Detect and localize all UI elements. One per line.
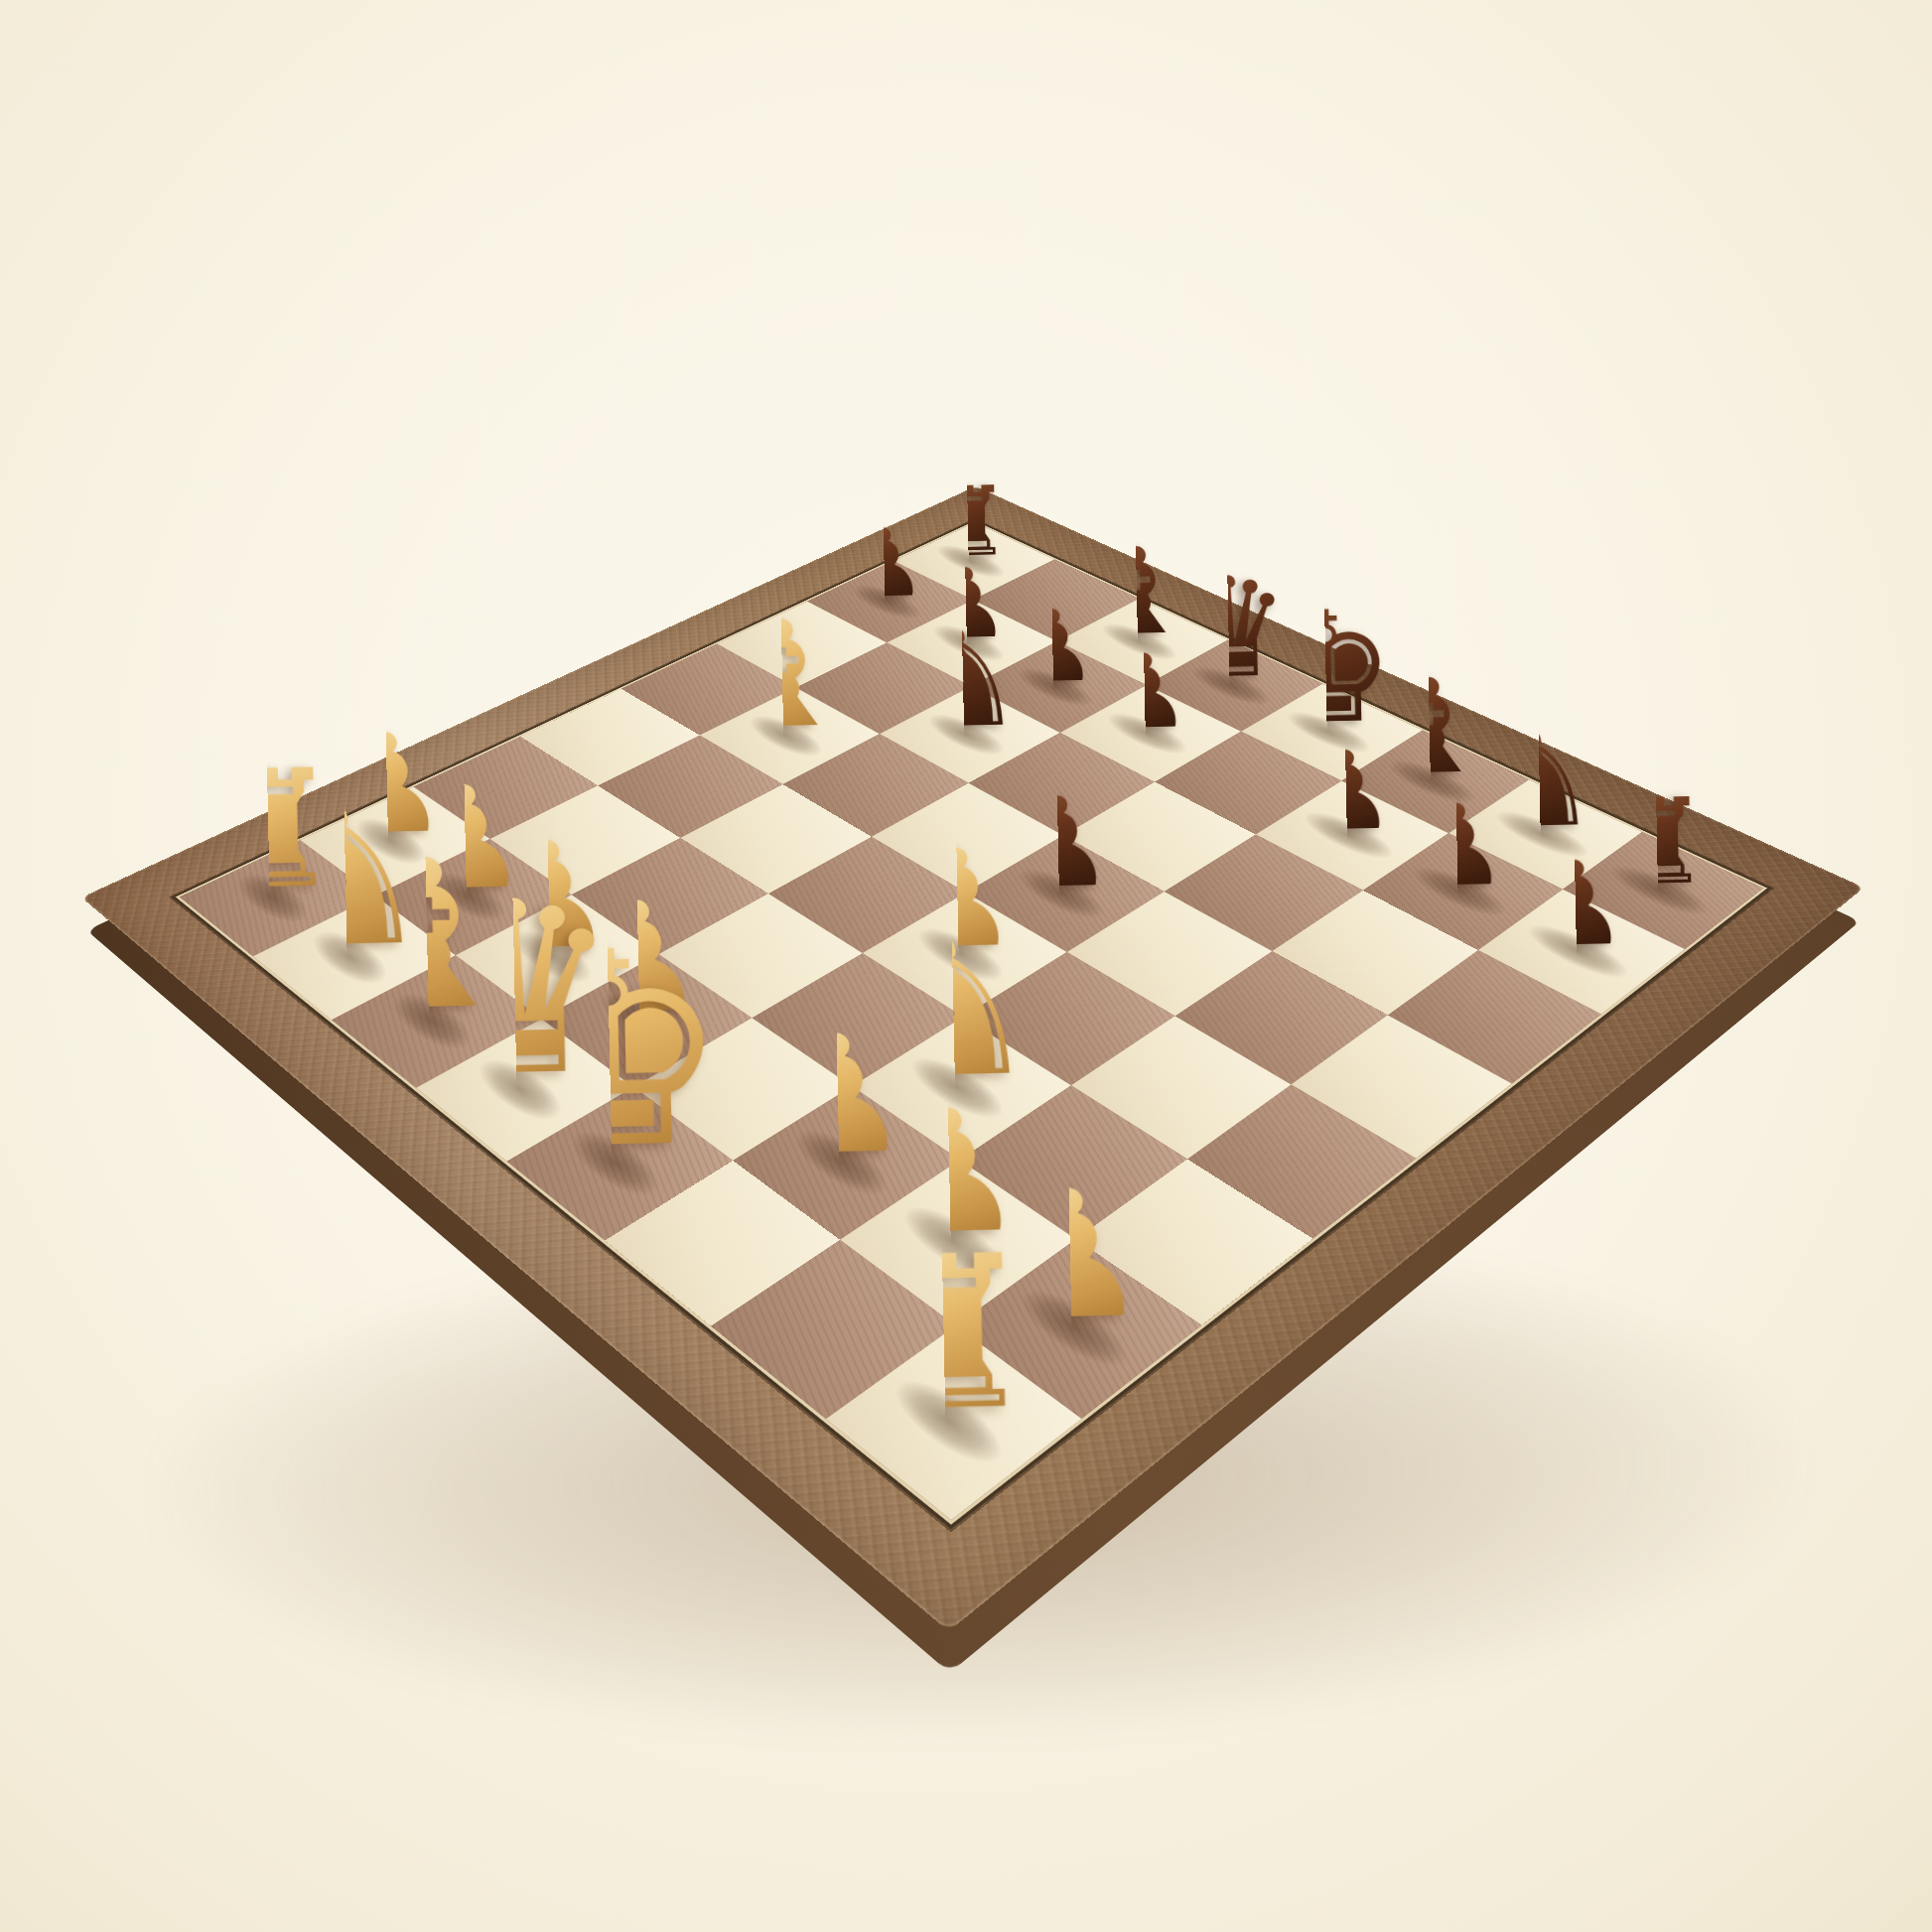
piece-black-pawn-a7[interactable]: ♟: [883, 516, 885, 603]
piece-black-bishop-f8[interactable]: ♝: [1428, 662, 1431, 783]
piece-white-king-e1[interactable]: ♚: [607, 917, 612, 1167]
piece-white-knight-f3[interactable]: ♞: [951, 913, 955, 1090]
piece-black-bishop-c8[interactable]: ♝: [1135, 532, 1137, 643]
piece-black-rook-h8[interactable]: ♜: [1656, 782, 1658, 893]
piece-black-pawn-g7[interactable]: ♟: [1455, 789, 1457, 894]
piece-black-pawn-c7[interactable]: ♟: [1051, 597, 1053, 688]
piece-white-bishop-b5[interactable]: ♝: [780, 602, 783, 738]
piece-black-pawn-d7[interactable]: ♟: [1143, 640, 1145, 735]
piece-white-pawn-h2[interactable]: ♟: [1067, 1168, 1070, 1330]
piece-black-pawn-f7[interactable]: ♟: [1344, 737, 1346, 837]
piece-white-rook-h1[interactable]: ♜: [941, 1229, 945, 1425]
piece-black-pawn-e5[interactable]: ♟: [1056, 781, 1058, 897]
piece-black-knight-g8[interactable]: ♞: [1538, 715, 1541, 836]
piece-black-queen-d8[interactable]: ♛: [1227, 559, 1230, 687]
piece-white-pawn-f2[interactable]: ♟: [836, 1015, 839, 1166]
piece-black-pawn-h7[interactable]: ♟: [1574, 846, 1576, 953]
piece-black-king-e8[interactable]: ♚: [1323, 591, 1326, 734]
piece-black-knight-c6[interactable]: ♞: [961, 610, 964, 736]
